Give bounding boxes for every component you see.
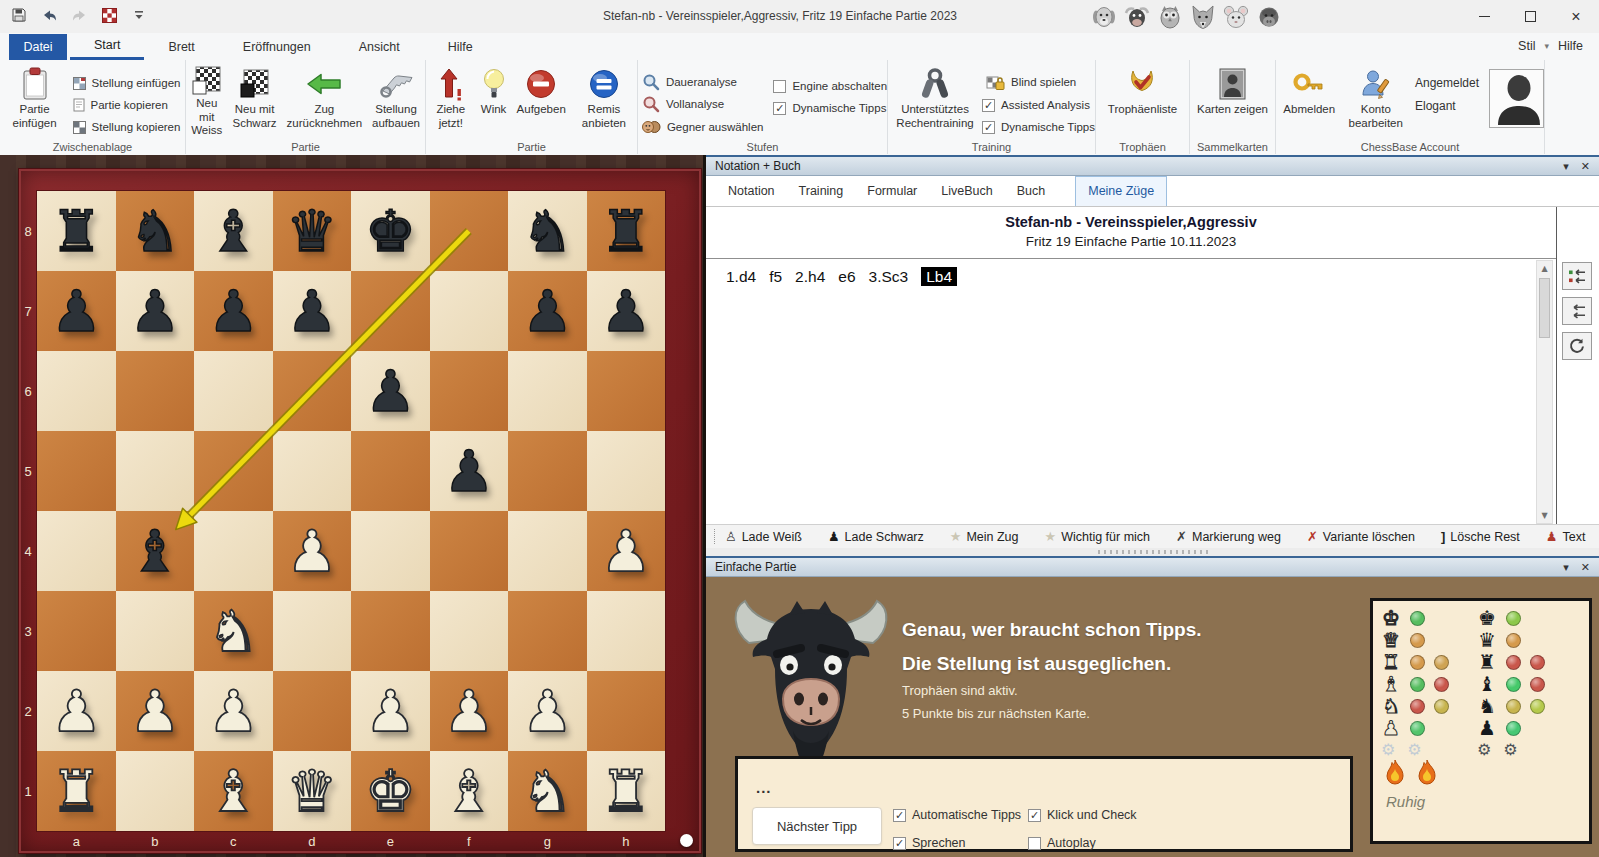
eval-dot <box>1410 655 1425 670</box>
tab-brett[interactable]: Brett <box>144 33 218 60</box>
rank-label-3: 3 <box>19 591 37 671</box>
mouse-icon <box>1223 4 1249 30</box>
checkbox-label: Sprechen <box>912 836 966 850</box>
tab-start[interactable]: Start <box>70 33 144 60</box>
square-a1[interactable]: ♜ <box>37 751 116 831</box>
ribbon-karten-zeigen-button[interactable]: Karten zeigen <box>1192 63 1273 138</box>
ribbon-neu-mit-weiss-button[interactable]: Neu mit Weiss <box>186 63 228 138</box>
square-a4[interactable] <box>37 511 116 591</box>
key-icon <box>1293 65 1325 103</box>
move-e6[interactable]: e6 <box>838 268 855 285</box>
ribbon-daueranalyse-button[interactable]: Daueranalyse <box>638 71 768 93</box>
scroll-down-icon[interactable]: ▼ <box>1537 508 1552 523</box>
white-pawn: ♟ <box>508 671 587 751</box>
checkbox-checked[interactable]: ✓ <box>982 121 995 134</box>
square-e1[interactable]: ♚ <box>351 751 430 831</box>
ribbon-blind-spielen-button[interactable]: Blind spielen <box>982 70 1095 94</box>
notation-toolbar: ♙Lade Weiß♟Lade Schwarz★Mein Zug★Wichtig… <box>706 524 1599 548</box>
tab-er-ffnungen[interactable]: Eröffnungen <box>219 33 335 60</box>
square-g5[interactable] <box>508 431 587 511</box>
account-avatar <box>1489 69 1544 128</box>
toolbar-lade-wei-button[interactable]: ♙Lade Weiß <box>725 530 802 544</box>
move-3-sc3[interactable]: 3.Sc3 <box>869 268 909 285</box>
mini-board-dark-icon <box>73 121 86 134</box>
square-c7[interactable]: ♟ <box>194 271 273 351</box>
eval-dot <box>1410 633 1425 648</box>
black-knight: ♞ <box>508 191 587 271</box>
board-panel: 87654321abcdefgh ♜♞♝♛♚♞♜♟♟♟♟♟♟♟♟♝♟♟♞♟♟♟♟… <box>0 155 706 857</box>
square-c2[interactable]: ♟ <box>194 671 273 751</box>
minimize-button[interactable] <box>1461 0 1507 33</box>
side-to-move-indicator <box>680 834 693 847</box>
white-piece-icon: ♚ <box>1381 606 1401 630</box>
square-f6[interactable] <box>430 351 509 431</box>
checkbox-unchecked[interactable] <box>773 80 786 93</box>
eval-dot <box>1506 611 1521 626</box>
gorilla-mascot-icon <box>1255 3 1282 30</box>
move-f5[interactable]: f5 <box>769 268 782 285</box>
gear-icon: ⚙ <box>1407 742 1421 758</box>
piece-evaluation-panel: ♚♛♜♝♞♟⚙⚙ ♚♛♜♝♞♟⚙⚙ Ruhig <box>1370 598 1592 844</box>
notation-panel-title: Notation + Buch <box>715 159 801 173</box>
panel-splitter[interactable] <box>706 548 1599 556</box>
square-b3[interactable] <box>116 591 195 671</box>
hand-grip-icon <box>917 65 953 103</box>
board-black-icon <box>240 65 270 103</box>
square-e4[interactable] <box>351 511 430 591</box>
variation-back-button[interactable] <box>1562 262 1592 290</box>
arrow-up-red-icon <box>440 65 462 103</box>
black-rook: ♜ <box>587 191 666 271</box>
easy-panel: Genau, wer braucht schon Tipps. Die Stel… <box>706 577 1599 857</box>
square-e2[interactable]: ♟ <box>351 671 430 751</box>
black-pawn: ♟ <box>273 271 352 351</box>
eval-dot <box>1506 699 1521 714</box>
x-dark-icon: ✗ <box>1176 530 1187 543</box>
rank-label-2: 2 <box>19 671 37 751</box>
ribbon-label: Gegner auswählen <box>667 121 764 133</box>
square-b7[interactable]: ♟ <box>116 271 195 351</box>
dog-mascot-icon <box>1090 3 1117 30</box>
black-piece-icon: ♟ <box>1477 716 1497 740</box>
square-h2[interactable] <box>587 671 666 751</box>
chevron-down-icon: ▾ <box>1544 41 1549 51</box>
black-pawn: ♟ <box>430 431 509 511</box>
owl-mascot-icon <box>1156 3 1183 30</box>
black-pawn: ♟ <box>508 271 587 351</box>
ribbon-group-label: Training <box>888 141 1095 153</box>
toolbar-mein-zug-button[interactable]: ★Mein Zug <box>950 530 1019 544</box>
minus-circle-icon <box>525 65 557 103</box>
style-menu[interactable]: Stil <box>1518 39 1535 53</box>
ribbon-group-label: Partie <box>186 141 425 153</box>
checkbox-label: Engine abschalten <box>792 80 887 92</box>
scrollbar-thumb[interactable] <box>1539 278 1550 338</box>
notation-tab-training[interactable]: Training <box>787 176 856 206</box>
square-a3[interactable] <box>37 591 116 671</box>
square-b8[interactable]: ♞ <box>116 191 195 271</box>
square-b2[interactable]: ♟ <box>116 671 195 751</box>
ribbon-partie-einf-gen-button[interactable]: Partie einfügen <box>1 63 69 138</box>
file-label-g: g <box>508 831 587 851</box>
maximize-button[interactable] <box>1507 0 1553 33</box>
square-h6[interactable] <box>587 351 666 431</box>
white-pawn-icon: ♙ <box>725 530 737 543</box>
checkbox-checked[interactable]: ✓ <box>893 809 906 822</box>
square-g4[interactable] <box>508 511 587 591</box>
ribbon-group-zwischenablage-0: Partie einfügenStellung einfügenPartie k… <box>0 60 186 154</box>
trophy-icon <box>1126 65 1158 103</box>
black-knight: ♞ <box>116 191 195 271</box>
ribbon-vollanalyse-button[interactable]: Vollanalyse <box>638 93 768 115</box>
doc-icon <box>73 98 85 112</box>
option-klick-und-check[interactable]: ✓Klick und Check <box>1028 808 1137 822</box>
square-a5[interactable] <box>37 431 116 511</box>
ribbon-troph-enliste-button[interactable]: Trophäenliste <box>1103 63 1182 138</box>
square-b5[interactable] <box>116 431 195 511</box>
ribbon-label: Stellung kopieren <box>92 121 181 133</box>
ribbon-engine-abschalten-checkbox[interactable]: Engine abschalten <box>773 75 887 97</box>
square-g1[interactable]: ♞ <box>508 751 587 831</box>
ribbon-group-label: ChessBase Account <box>1276 141 1544 153</box>
rank-label-8: 8 <box>19 191 37 271</box>
piece-eval-row-r: ♜ <box>1381 651 1449 673</box>
collapse-panel-icon[interactable]: ▾ <box>1563 561 1569 574</box>
collapse-panel-icon[interactable]: ▾ <box>1563 160 1569 173</box>
white-bishop: ♝ <box>430 751 509 831</box>
opponents-icon <box>642 119 661 135</box>
square-h8[interactable]: ♜ <box>587 191 666 271</box>
fox-mascot-icon <box>1189 3 1216 30</box>
square-e6[interactable]: ♟ <box>351 351 430 431</box>
clipboard-icon <box>20 65 50 103</box>
tip-ellipsis: ... <box>756 779 772 796</box>
rotate-button[interactable] <box>1562 332 1592 360</box>
option-sprechen[interactable]: ✓Sprechen <box>893 836 1028 850</box>
black-piece-icon: ♚ <box>1477 606 1497 630</box>
square-c8[interactable]: ♝ <box>194 191 273 271</box>
checkbox-checked[interactable]: ✓ <box>893 837 906 850</box>
square-f1[interactable]: ♝ <box>430 751 509 831</box>
window-controls: × <box>1461 0 1599 33</box>
move-2-h4[interactable]: 2.h4 <box>795 268 825 285</box>
eval-dot <box>1410 611 1425 626</box>
square-c5[interactable] <box>194 431 273 511</box>
chess-board: ♜♞♝♛♚♞♜♟♟♟♟♟♟♟♟♝♟♟♞♟♟♟♟♟♟♜♝♛♚♝♞♜ <box>37 191 665 831</box>
toolbar-l-sche-rest-button[interactable]: ]Lösche Rest <box>1441 530 1520 544</box>
black-pawn: ♟ <box>116 271 195 351</box>
ribbon-assisted-analysis-checkbox[interactable]: ✓Assisted Analysis <box>982 94 1095 116</box>
white-piece-icon: ♟ <box>1381 716 1401 740</box>
square-d6[interactable] <box>273 351 352 431</box>
option-autoplay[interactable]: Autoplay <box>1028 836 1137 850</box>
square-g8[interactable]: ♞ <box>508 191 587 271</box>
close-button[interactable]: × <box>1553 0 1599 33</box>
piece-eval-row-b: ♝ <box>1477 673 1545 695</box>
black-queen: ♛ <box>273 191 352 271</box>
ribbon-aufgeben-button[interactable]: Aufgeben <box>512 63 571 138</box>
white-pawn: ♟ <box>37 671 116 751</box>
rank-label-5: 5 <box>19 431 37 511</box>
square-g7[interactable]: ♟ <box>508 271 587 351</box>
blind-icon <box>986 74 1005 91</box>
ribbon-group-training-4: Unterstütztes RechentrainingBlind spiele… <box>888 60 1096 154</box>
easy-panel-header: Einfache Partie ▾ ✕ <box>706 556 1599 577</box>
eval-dot <box>1434 699 1449 714</box>
checkbox-label: Dynamische Tipps <box>1001 121 1095 133</box>
magnifier-icon <box>642 73 660 91</box>
square-d1[interactable]: ♛ <box>273 751 352 831</box>
piece-eval-row-b: ♝ <box>1381 673 1449 695</box>
tab-datei[interactable]: Datei <box>9 34 67 60</box>
file-label-c: c <box>194 831 273 851</box>
toolbar-lade-schwarz-button[interactable]: ♟Lade Schwarz <box>828 530 924 544</box>
square-f8[interactable] <box>430 191 509 271</box>
ribbon-ziehe-jetzt-button[interactable]: Ziehe jetzt! <box>426 63 476 138</box>
move-1-d4[interactable]: 1.d4 <box>726 268 756 285</box>
square-b1[interactable] <box>116 751 195 831</box>
toolbar-text-button[interactable]: ♟Text <box>1546 530 1586 544</box>
help-menu[interactable]: Hilfe <box>1558 39 1583 53</box>
eval-dot <box>1530 655 1545 670</box>
file-label-f: f <box>430 831 509 851</box>
square-f4[interactable] <box>430 511 509 591</box>
ribbon-group-chessbase-account-7: AbmeldenKonto bearbeitenAngemeldetElogan… <box>1276 60 1545 154</box>
checkbox-label: Autoplay <box>1047 836 1096 850</box>
square-f2[interactable]: ♟ <box>430 671 509 751</box>
square-h7[interactable]: ♟ <box>587 271 666 351</box>
square-e3[interactable] <box>351 591 430 671</box>
gear-row: ⚙⚙ <box>1381 739 1449 761</box>
ribbon-dynamische-tipps-checkbox[interactable]: ✓Dynamische Tipps <box>982 116 1095 138</box>
ribbon-dynamische-tipps-checkbox[interactable]: ✓Dynamische Tipps <box>773 97 887 119</box>
black-king: ♚ <box>351 191 430 271</box>
square-c6[interactable] <box>194 351 273 431</box>
ribbon-label: Wink <box>481 103 507 117</box>
ribbon-label: Unterstütztes Rechentraining <box>893 103 977 130</box>
ribbon-unterst-tztes-rechentraining-button[interactable]: Unterstütztes Rechentraining <box>888 63 982 138</box>
login-status: Angemeldet <box>1415 76 1479 90</box>
checkbox-checked[interactable]: ✓ <box>773 102 786 115</box>
easy-panel-title: Einfache Partie <box>715 560 796 574</box>
eval-dot <box>1506 655 1521 670</box>
eval-dot <box>1434 677 1449 692</box>
square-g2[interactable]: ♟ <box>508 671 587 751</box>
square-a6[interactable] <box>37 351 116 431</box>
square-d4[interactable]: ♟ <box>273 511 352 591</box>
ribbon-partie-kopieren-button[interactable]: Partie kopieren <box>69 94 185 116</box>
notation-side-buttons <box>1562 262 1592 360</box>
ribbon-neu-mit-schwarz-button[interactable]: Neu mit Schwarz <box>228 63 282 138</box>
black-rook: ♜ <box>37 191 116 271</box>
scroll-up-icon[interactable]: ▲ <box>1537 261 1552 276</box>
ribbon-remis-anbieten-button[interactable]: Remis anbieten <box>571 63 637 138</box>
white-knight: ♞ <box>194 591 273 671</box>
ribbon-gegner-ausw-hlen-button[interactable]: Gegner auswählen <box>638 116 768 138</box>
white-bishop: ♝ <box>194 751 273 831</box>
black-bishop: ♝ <box>194 191 273 271</box>
white-pawn: ♟ <box>587 511 666 591</box>
ribbon-stellung-einf-gen-button[interactable]: Stellung einfügen <box>69 72 185 94</box>
square-a7[interactable]: ♟ <box>37 271 116 351</box>
variation-icon <box>1568 304 1586 319</box>
mouse-mascot-icon <box>1222 3 1249 30</box>
square-b4[interactable]: ♝ <box>116 511 195 591</box>
square-h4[interactable]: ♟ <box>587 511 666 591</box>
piece-eval-row-q: ♛ <box>1381 629 1449 651</box>
square-h5[interactable] <box>587 431 666 511</box>
move-lb4[interactable]: Lb4 <box>921 267 957 286</box>
variation-button[interactable] <box>1562 297 1592 325</box>
ribbon-group-label: Stufen <box>638 141 887 153</box>
white-piece-icon: ♛ <box>1381 628 1401 652</box>
title-bar: Stefan-nb - Vereinsspieler,Aggressiv, Fr… <box>0 0 1599 33</box>
ribbon-wink-button[interactable]: Wink <box>476 63 512 138</box>
eval-dot <box>1434 655 1449 670</box>
magnifier-red-icon <box>642 95 660 113</box>
black-piece-icon: ♛ <box>1477 628 1497 652</box>
ribbon-group-troph-en-5: TrophäenlisteTrophäen <box>1096 60 1190 154</box>
square-d3[interactable] <box>273 591 352 671</box>
file-label-h: h <box>587 831 666 851</box>
square-g6[interactable] <box>508 351 587 431</box>
white-pawn: ♟ <box>116 671 195 751</box>
square-f3[interactable] <box>430 591 509 671</box>
square-d7[interactable]: ♟ <box>273 271 352 351</box>
black-pawn: ♟ <box>351 351 430 431</box>
white-pawn: ♟ <box>194 671 273 751</box>
notation-panel-header: Notation + Buch ▾ ✕ <box>706 155 1599 176</box>
square-c3[interactable]: ♞ <box>194 591 273 671</box>
ribbon: Partie einfügenStellung einfügenPartie k… <box>0 60 1599 156</box>
piece-eval-row-r: ♜ <box>1477 651 1545 673</box>
notation-moves: 1.d4f52.h4e63.Sc3Lb4 <box>706 259 1532 524</box>
ribbon-label: Partie einfügen <box>6 103 64 130</box>
square-b6[interactable] <box>116 351 195 431</box>
portrait-icon <box>1219 65 1246 103</box>
close-panel-icon[interactable]: ✕ <box>1581 561 1590 574</box>
notation-tab-formular[interactable]: Formular <box>855 176 929 206</box>
checkbox-label: Assisted Analysis <box>1001 99 1090 111</box>
checkbox-checked[interactable]: ✓ <box>982 99 995 112</box>
notation-tabs: NotationTrainingFormularLiveBuchBuchMein… <box>706 176 1599 207</box>
notation-scrollbar[interactable]: ▲ ▼ <box>1536 260 1553 524</box>
ribbon-label: Stellung aufbauen <box>372 103 420 130</box>
checkbox-label: Klick und Check <box>1047 808 1137 822</box>
piece-eval-row-n: ♞ <box>1477 695 1545 717</box>
close-panel-icon[interactable]: ✕ <box>1581 160 1590 173</box>
notation-tab-notation[interactable]: Notation <box>716 176 787 206</box>
square-d5[interactable] <box>273 431 352 511</box>
square-e5[interactable] <box>351 431 430 511</box>
menu-bar: Datei StartBrettEröffnungenAnsichtHilfe … <box>0 33 1599 61</box>
white-piece-icon: ♞ <box>1381 694 1401 718</box>
square-c4[interactable] <box>194 511 273 591</box>
square-a2[interactable]: ♟ <box>37 671 116 751</box>
ribbon-group-partie-1: Neu mit WeissNeu mit SchwarzZug zurückne… <box>186 60 426 154</box>
tab-ansicht[interactable]: Ansicht <box>335 33 424 60</box>
eval-dot <box>1530 677 1545 692</box>
square-h1[interactable]: ♜ <box>587 751 666 831</box>
option-automatische-tipps[interactable]: ✓Automatische Tipps <box>893 808 1028 822</box>
square-g3[interactable] <box>508 591 587 671</box>
column-separator <box>1556 207 1557 548</box>
game-header-event: Fritz 19 Einfache Partie 10.11.2023 <box>706 234 1556 249</box>
square-f5[interactable]: ♟ <box>430 431 509 511</box>
notation-tab-livebuch[interactable]: LiveBuch <box>929 176 1004 206</box>
toolbar-variante-l-schen-button[interactable]: ✗Variante löschen <box>1307 530 1415 544</box>
black-pawn: ♟ <box>37 271 116 351</box>
white-piece-icon: ♜ <box>1381 650 1401 674</box>
white-rook: ♜ <box>587 751 666 831</box>
square-e7[interactable] <box>351 271 430 351</box>
ribbon-stellung-kopieren-button[interactable]: Stellung kopieren <box>69 116 185 138</box>
square-d8[interactable]: ♛ <box>273 191 352 271</box>
square-c1[interactable]: ♝ <box>194 751 273 831</box>
rank-label-6: 6 <box>19 351 37 431</box>
ribbon-group-stufen-3: DaueranalyseVollanalyseGegner auswählenE… <box>638 60 888 154</box>
gear-row: ⚙⚙ <box>1477 739 1545 761</box>
ribbon-konto-bearbeiten-button[interactable]: Konto bearbeiten <box>1343 63 1410 138</box>
white-piece-column: ♚♛♜♝♞♟⚙⚙ <box>1381 607 1449 761</box>
white-piece-icon: ♝ <box>1381 672 1401 696</box>
toolbar-wichtig-f-r-mich-button[interactable]: ★Wichtig für mich <box>1045 530 1151 544</box>
trophy-status: Trophäen sind aktiv. <box>902 683 1018 698</box>
ribbon-label: Zug zurücknehmen <box>287 103 362 130</box>
black-pawn: ♟ <box>587 271 666 351</box>
white-queen: ♛ <box>273 751 352 831</box>
bulb-icon <box>481 65 507 103</box>
ribbon-zug-zur-cknehmen-button[interactable]: Zug zurücknehmen <box>282 63 367 138</box>
square-e8[interactable]: ♚ <box>351 191 430 271</box>
ribbon-label: Abmelden <box>1283 103 1335 117</box>
piece-eval-row-p: ♟ <box>1477 717 1545 739</box>
toolbar-label: Wichtig für mich <box>1061 530 1150 544</box>
gear-icon: ⚙ <box>1503 742 1517 758</box>
checkbox-unchecked[interactable] <box>1028 837 1041 850</box>
coach-message: Genau, wer braucht schon Tipps. <box>902 619 1201 641</box>
tab-hilfe[interactable]: Hilfe <box>424 33 497 60</box>
square-f7[interactable] <box>430 271 509 351</box>
fire-icon <box>1383 759 1407 791</box>
variation-back-icon <box>1568 269 1586 284</box>
fire-icon <box>1415 759 1439 791</box>
evaluation-message: Die Stellung ist ausgeglichen. <box>902 653 1171 675</box>
gorilla-icon <box>1256 4 1282 30</box>
square-d2[interactable] <box>273 671 352 751</box>
toolbar-markierung-weg-button[interactable]: ✗Markierung weg <box>1176 530 1281 544</box>
login-username: Elogant <box>1415 99 1479 113</box>
white-rook: ♜ <box>37 751 116 831</box>
ribbon-stellung-aufbauen-button[interactable]: Stellung aufbauen <box>367 63 425 138</box>
black-piece-icon: ♝ <box>1477 672 1497 696</box>
toolbar-label: Text <box>1563 530 1586 544</box>
notation-tab-buch[interactable]: Buch <box>1005 176 1058 206</box>
next-tip-button[interactable]: Nächster Tipp <box>752 807 882 845</box>
square-a8[interactable]: ♜ <box>37 191 116 271</box>
black-piece-column: ♚♛♜♝♞♟⚙⚙ <box>1477 607 1545 761</box>
piece-eval-row-k: ♚ <box>1381 607 1449 629</box>
piece-eval-row-k: ♚ <box>1477 607 1545 629</box>
ribbon-group-label: Sammelkarten <box>1190 141 1275 153</box>
square-h3[interactable] <box>587 591 666 671</box>
owl-icon <box>1157 4 1183 30</box>
ribbon-label: Neu mit Weiss <box>191 97 223 138</box>
ribbon-abmelden-button[interactable]: Abmelden <box>1276 63 1343 138</box>
ribbon-label: Ziehe jetzt! <box>431 103 471 130</box>
checkbox-checked[interactable]: ✓ <box>1028 809 1041 822</box>
notation-tab-meine-z-ge[interactable]: Meine Züge <box>1075 176 1167 206</box>
